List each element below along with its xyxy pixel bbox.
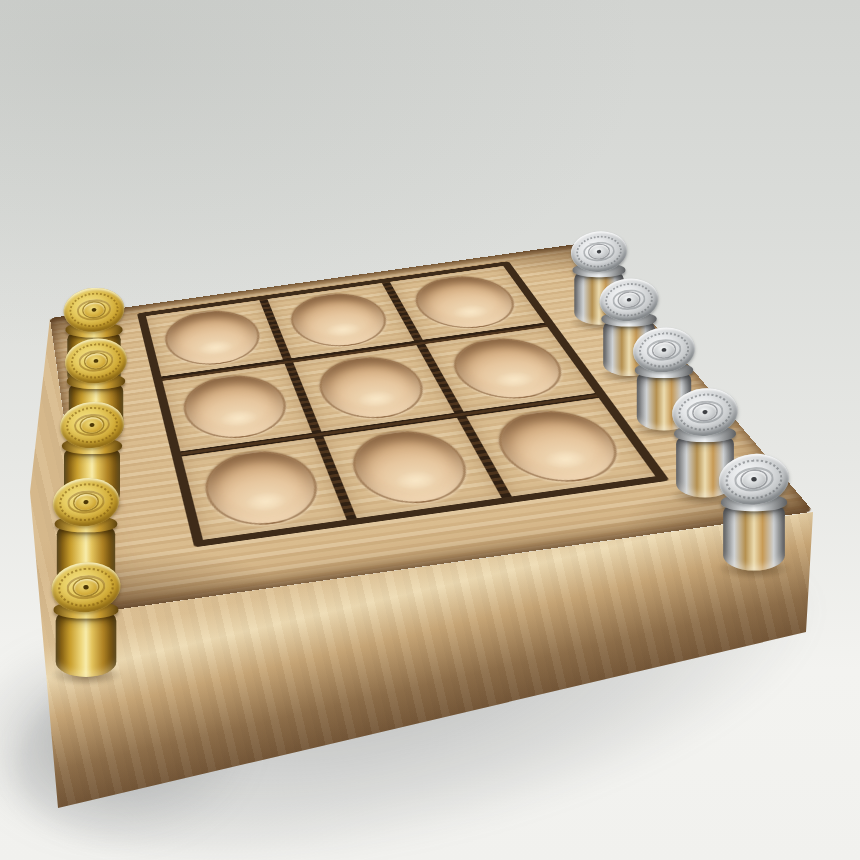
cell-r3c1[interactable]	[182, 438, 347, 540]
cell-r1c3[interactable]	[389, 266, 544, 340]
hole-r1c2[interactable]	[282, 289, 398, 352]
board-perspective-wrap	[50, 243, 650, 784]
cell-r2c1[interactable]	[162, 364, 312, 452]
hole-r2c2[interactable]	[309, 352, 437, 425]
cell-r2c3[interactable]	[425, 327, 595, 412]
hole-r2c3[interactable]	[441, 333, 577, 405]
hole-r2c1[interactable]	[177, 370, 296, 444]
cell-r3c3[interactable]	[466, 398, 655, 497]
nickel-casing-5[interactable]	[719, 454, 789, 573]
hole-r3c3[interactable]	[484, 405, 636, 488]
cell-r2c2[interactable]	[294, 345, 454, 431]
hole-r1c1[interactable]	[160, 306, 269, 370]
brass-casing-5[interactable]	[51, 562, 120, 679]
cell-r1c1[interactable]	[146, 300, 283, 376]
hole-r3c1[interactable]	[198, 445, 329, 531]
hole-r3c2[interactable]	[341, 425, 482, 510]
cell-r1c2[interactable]	[268, 283, 414, 358]
hole-r1c3[interactable]	[404, 271, 528, 333]
casing-body	[56, 612, 116, 677]
casing-body	[723, 505, 785, 571]
photo-scene	[0, 0, 860, 860]
